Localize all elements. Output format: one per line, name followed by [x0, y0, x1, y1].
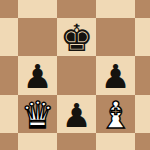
- board-square-r3c0[interactable]: [0, 95, 18, 133]
- board-square-r4c0[interactable]: [0, 133, 18, 150]
- board-square-r2c0[interactable]: [0, 56, 18, 95]
- black-pawn-piece[interactable]: ♟: [62, 99, 92, 132]
- board-square-r1c0[interactable]: [0, 18, 18, 56]
- white-queen-piece[interactable]: ♛: [21, 97, 54, 134]
- board-square-r1c2[interactable]: ♚: [57, 18, 96, 56]
- chess-diagram: ♚♟♟♛♟♝: [0, 0, 150, 150]
- board-square-r0c3[interactable]: [96, 0, 135, 18]
- board-square-r0c1[interactable]: [18, 0, 57, 18]
- board-square-r3c1[interactable]: ♛: [18, 95, 57, 133]
- white-bishop-piece[interactable]: ♝: [99, 97, 132, 134]
- board-square-r0c4[interactable]: [135, 0, 150, 18]
- board-square-r0c2[interactable]: [57, 0, 96, 18]
- black-pawn-piece[interactable]: ♟: [23, 60, 53, 93]
- board-square-r4c2[interactable]: [57, 133, 96, 150]
- board-square-r2c3[interactable]: ♟: [96, 56, 135, 95]
- board-square-r3c3[interactable]: ♝: [96, 95, 135, 133]
- board-square-r2c1[interactable]: ♟: [18, 56, 57, 95]
- board-square-r1c3[interactable]: [96, 18, 135, 56]
- board-square-r3c2[interactable]: ♟: [57, 95, 96, 133]
- board-square-r4c3[interactable]: [96, 133, 135, 150]
- board-square-r2c2[interactable]: [57, 56, 96, 95]
- board-square-r3c4[interactable]: [135, 95, 150, 133]
- black-king-piece[interactable]: ♚: [60, 20, 93, 57]
- board-square-r4c1[interactable]: [18, 133, 57, 150]
- board-square-r1c4[interactable]: [135, 18, 150, 56]
- board-square-r4c4[interactable]: [135, 133, 150, 150]
- black-pawn-piece[interactable]: ♟: [101, 60, 131, 93]
- chess-board: ♚♟♟♛♟♝: [0, 0, 150, 150]
- board-square-r2c4[interactable]: [135, 56, 150, 95]
- board-square-r1c1[interactable]: [18, 18, 57, 56]
- board-square-r0c0[interactable]: [0, 0, 18, 18]
